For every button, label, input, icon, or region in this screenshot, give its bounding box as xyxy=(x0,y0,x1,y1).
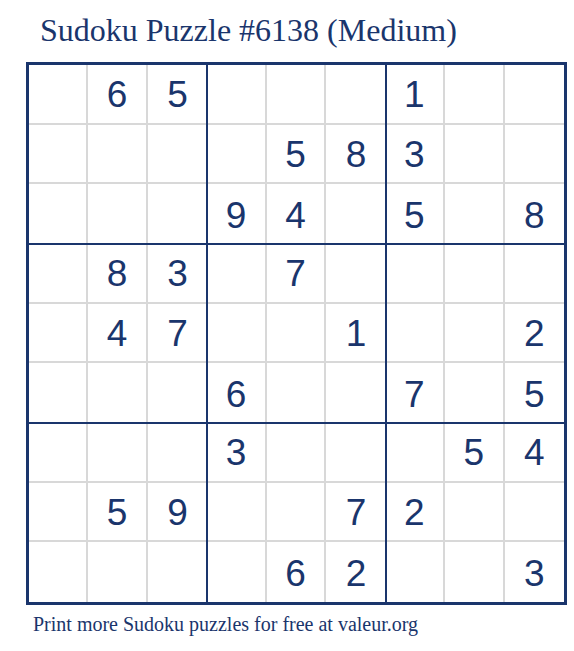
cell-r4c1 xyxy=(29,244,88,304)
cell-r8c7: 2 xyxy=(386,483,445,543)
cell-r3c8 xyxy=(445,184,504,244)
cell-r7c9: 4 xyxy=(505,423,564,483)
cell-r4c6 xyxy=(326,244,385,304)
cell-r2c9 xyxy=(505,125,564,185)
cell-r4c2: 8 xyxy=(88,244,147,304)
cell-r1c7: 1 xyxy=(386,65,445,125)
cell-r8c6: 7 xyxy=(326,483,385,543)
cell-r8c1 xyxy=(29,483,88,543)
cell-r6c5 xyxy=(267,363,326,423)
cell-r3c5: 4 xyxy=(267,184,326,244)
cell-r9c1 xyxy=(29,542,88,602)
cell-r9c8 xyxy=(445,542,504,602)
cell-r6c3 xyxy=(148,363,207,423)
cell-r9c2 xyxy=(88,542,147,602)
cell-r2c1 xyxy=(29,125,88,185)
cell-r1c5 xyxy=(267,65,326,125)
cell-r1c8 xyxy=(445,65,504,125)
cell-r5c1 xyxy=(29,304,88,364)
cell-r9c5: 6 xyxy=(267,542,326,602)
cell-r6c7: 7 xyxy=(386,363,445,423)
sudoku-grid: 651583945883747126753545972623 xyxy=(26,62,567,605)
cell-r6c6 xyxy=(326,363,385,423)
cell-r7c5 xyxy=(267,423,326,483)
box-separator-horizontal-1 xyxy=(29,243,564,245)
page-title: Sudoku Puzzle #6138 (Medium) xyxy=(40,12,457,49)
cell-r1c9 xyxy=(505,65,564,125)
cell-r8c9 xyxy=(505,483,564,543)
cell-r2c4 xyxy=(207,125,266,185)
cell-r3c3 xyxy=(148,184,207,244)
cell-r3c7: 5 xyxy=(386,184,445,244)
cell-r1c1 xyxy=(29,65,88,125)
cell-r7c2 xyxy=(88,423,147,483)
cell-r3c1 xyxy=(29,184,88,244)
cell-r4c9 xyxy=(505,244,564,304)
cell-r5c8 xyxy=(445,304,504,364)
cell-r6c2 xyxy=(88,363,147,423)
cell-r6c8 xyxy=(445,363,504,423)
cell-r7c6 xyxy=(326,423,385,483)
cell-r7c1 xyxy=(29,423,88,483)
cell-r3c2 xyxy=(88,184,147,244)
cell-r5c4 xyxy=(207,304,266,364)
cell-r2c6: 8 xyxy=(326,125,385,185)
cell-r7c3 xyxy=(148,423,207,483)
cell-r5c9: 2 xyxy=(505,304,564,364)
footer-text: Print more Sudoku puzzles for free at va… xyxy=(33,613,418,636)
cell-r1c2: 6 xyxy=(88,65,147,125)
cell-r3c6 xyxy=(326,184,385,244)
cell-r2c7: 3 xyxy=(386,125,445,185)
cell-r8c8 xyxy=(445,483,504,543)
cell-r2c2 xyxy=(88,125,147,185)
cell-r5c7 xyxy=(386,304,445,364)
cell-r4c5: 7 xyxy=(267,244,326,304)
box-separator-vertical-2 xyxy=(385,65,387,602)
cell-r9c7 xyxy=(386,542,445,602)
cell-r5c3: 7 xyxy=(148,304,207,364)
cell-r3c4: 9 xyxy=(207,184,266,244)
cell-r1c6 xyxy=(326,65,385,125)
cell-r1c4 xyxy=(207,65,266,125)
cell-r8c5 xyxy=(267,483,326,543)
cell-r8c2: 5 xyxy=(88,483,147,543)
cell-r9c9: 3 xyxy=(505,542,564,602)
cell-r4c3: 3 xyxy=(148,244,207,304)
cell-r6c4: 6 xyxy=(207,363,266,423)
cell-r7c4: 3 xyxy=(207,423,266,483)
box-separator-horizontal-2 xyxy=(29,422,564,424)
cell-r6c1 xyxy=(29,363,88,423)
cell-r4c7 xyxy=(386,244,445,304)
cell-r8c3: 9 xyxy=(148,483,207,543)
cell-r5c5 xyxy=(267,304,326,364)
cell-r2c3 xyxy=(148,125,207,185)
cell-r2c5: 5 xyxy=(267,125,326,185)
box-separator-vertical-1 xyxy=(206,65,208,602)
cell-r5c2: 4 xyxy=(88,304,147,364)
cell-r7c8: 5 xyxy=(445,423,504,483)
cell-r2c8 xyxy=(445,125,504,185)
cell-r8c4 xyxy=(207,483,266,543)
cell-r5c6: 1 xyxy=(326,304,385,364)
cell-r9c4 xyxy=(207,542,266,602)
cell-r6c9: 5 xyxy=(505,363,564,423)
cell-r4c8 xyxy=(445,244,504,304)
cell-r3c9: 8 xyxy=(505,184,564,244)
cell-r4c4 xyxy=(207,244,266,304)
cell-r1c3: 5 xyxy=(148,65,207,125)
cell-r9c3 xyxy=(148,542,207,602)
cell-r9c6: 2 xyxy=(326,542,385,602)
cell-r7c7 xyxy=(386,423,445,483)
